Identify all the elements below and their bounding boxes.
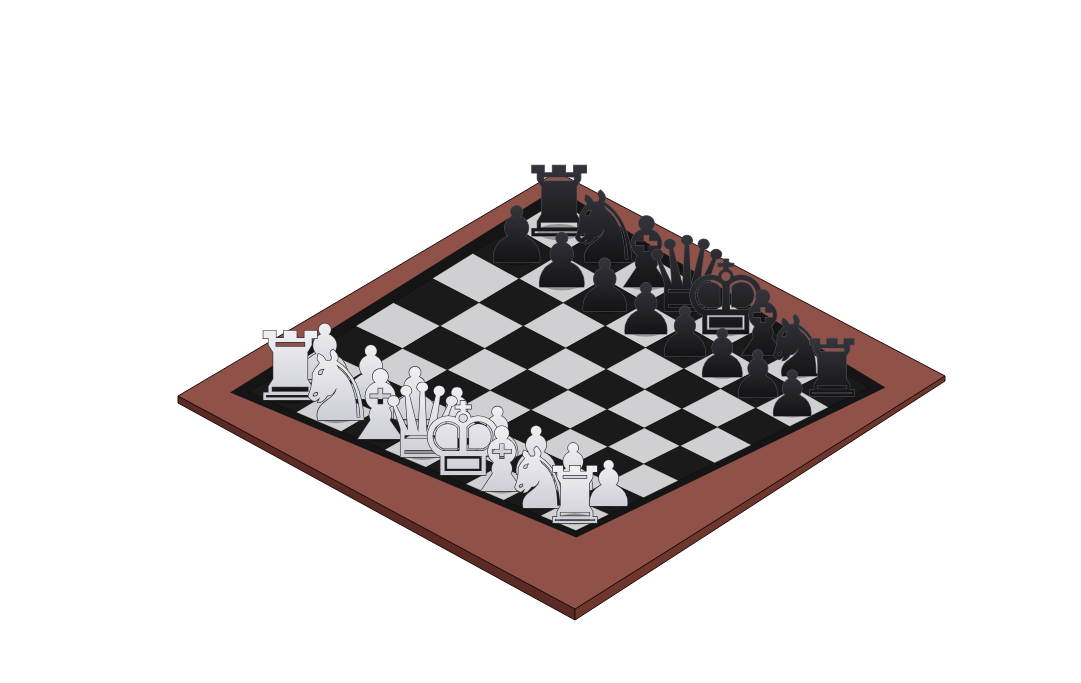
chess-board: ♜♟♞♟♝♟♛♚♟♝♟♞♟♟♜♟♟♜♟♟♞♟♝♟♛♟♚♟♝♟♞♜ xyxy=(0,0,1081,683)
black-pawn-h7[interactable]: ♟ xyxy=(764,358,820,431)
scene: ♜♟♞♟♝♟♛♚♟♝♟♞♟♟♜♟♟♜♟♟♞♟♝♟♛♟♚♟♝♟♞♜ xyxy=(0,0,1081,683)
white-rook-h1[interactable]: ♜ xyxy=(540,450,610,542)
